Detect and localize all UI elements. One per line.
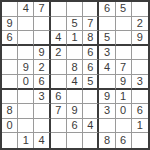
cell-r2-c2[interactable] bbox=[18, 17, 34, 32]
digit: 6 bbox=[104, 3, 110, 14]
digit: 2 bbox=[55, 47, 61, 58]
cell-r9-c5[interactable]: 6 bbox=[67, 119, 83, 134]
cell-r7-c2[interactable] bbox=[18, 90, 34, 105]
cell-r1-c1[interactable] bbox=[2, 2, 18, 17]
cell-r8-c7[interactable]: 3 bbox=[99, 104, 115, 119]
digit: 4 bbox=[38, 135, 44, 146]
cell-r6-c1[interactable] bbox=[2, 75, 18, 90]
digit: 6 bbox=[38, 76, 44, 87]
digit: 6 bbox=[87, 62, 93, 73]
sudoku-board: 4765957264185992639286470645933691879306… bbox=[0, 0, 150, 150]
digit: 4 bbox=[104, 62, 110, 73]
cell-r10-c9[interactable] bbox=[132, 133, 148, 148]
digit: 2 bbox=[38, 62, 44, 73]
cell-r3-c8[interactable] bbox=[116, 31, 132, 46]
cell-r5-c8[interactable]: 7 bbox=[116, 60, 132, 75]
digit: 4 bbox=[55, 32, 61, 43]
cell-r3-c6[interactable]: 8 bbox=[83, 31, 99, 46]
cell-r7-c6[interactable] bbox=[83, 90, 99, 105]
cell-r1-c4[interactable] bbox=[51, 2, 67, 17]
cell-r5-c7[interactable]: 4 bbox=[99, 60, 115, 75]
cell-r2-c9[interactable]: 2 bbox=[132, 17, 148, 32]
cell-r6-c6[interactable]: 5 bbox=[83, 75, 99, 90]
cell-r10-c1[interactable] bbox=[2, 133, 18, 148]
digit: 6 bbox=[7, 32, 13, 43]
cell-r7-c5[interactable] bbox=[67, 90, 83, 105]
digit: 7 bbox=[38, 3, 44, 14]
cell-r10-c8[interactable]: 6 bbox=[116, 133, 132, 148]
cell-r8-c5[interactable]: 9 bbox=[67, 104, 83, 119]
cell-r10-c4[interactable] bbox=[51, 133, 67, 148]
digit: 6 bbox=[137, 105, 143, 116]
cell-r3-c2[interactable] bbox=[18, 31, 34, 46]
digit: 3 bbox=[38, 91, 44, 102]
digit: 9 bbox=[120, 76, 126, 87]
cell-r3-c3[interactable] bbox=[34, 31, 50, 46]
cell-r9-c2[interactable] bbox=[18, 119, 34, 134]
digit: 7 bbox=[87, 18, 93, 29]
digit: 4 bbox=[23, 3, 29, 14]
digit: 6 bbox=[87, 47, 93, 58]
cell-r4-c7[interactable]: 3 bbox=[99, 46, 115, 61]
digit: 8 bbox=[71, 62, 77, 73]
cell-r8-c2[interactable] bbox=[18, 104, 34, 119]
cell-r7-c7[interactable]: 9 bbox=[99, 90, 115, 105]
cell-r2-c5[interactable]: 5 bbox=[67, 17, 83, 32]
cell-r3-c5[interactable]: 1 bbox=[67, 31, 83, 46]
digit: 9 bbox=[104, 91, 110, 102]
digit: 9 bbox=[7, 18, 13, 29]
cell-r3-c1[interactable]: 6 bbox=[2, 31, 18, 46]
cell-r9-c3[interactable] bbox=[34, 119, 50, 134]
digit: 5 bbox=[71, 18, 77, 29]
cell-r1-c9[interactable] bbox=[132, 2, 148, 17]
digit: 1 bbox=[23, 135, 29, 146]
cell-r3-c9[interactable]: 9 bbox=[132, 31, 148, 46]
cell-r2-c1[interactable]: 9 bbox=[2, 17, 18, 32]
cell-r2-c4[interactable] bbox=[51, 17, 67, 32]
cell-r7-c4[interactable]: 6 bbox=[51, 90, 67, 105]
cell-r4-c5[interactable] bbox=[67, 46, 83, 61]
digit: 0 bbox=[23, 76, 29, 87]
digit: 6 bbox=[71, 120, 77, 131]
cell-r9-c7[interactable] bbox=[99, 119, 115, 134]
cell-r8-c8[interactable]: 0 bbox=[116, 104, 132, 119]
cell-r6-c5[interactable]: 4 bbox=[67, 75, 83, 90]
digit: 4 bbox=[71, 76, 77, 87]
cell-r2-c6[interactable]: 7 bbox=[83, 17, 99, 32]
digit: 3 bbox=[137, 76, 143, 87]
cell-r8-c3[interactable] bbox=[34, 104, 50, 119]
cell-r2-c7[interactable] bbox=[99, 17, 115, 32]
digit: 8 bbox=[104, 135, 110, 146]
cell-r9-c1[interactable]: 0 bbox=[2, 119, 18, 134]
cell-r1-c8[interactable]: 5 bbox=[116, 2, 132, 17]
cell-r1-c3[interactable]: 7 bbox=[34, 2, 50, 17]
cell-r5-c4[interactable] bbox=[51, 60, 67, 75]
cell-r5-c6[interactable]: 6 bbox=[83, 60, 99, 75]
cell-r8-c4[interactable]: 7 bbox=[51, 104, 67, 119]
cell-r2-c3[interactable] bbox=[34, 17, 50, 32]
cell-r6-c4[interactable] bbox=[51, 75, 67, 90]
digit: 9 bbox=[71, 105, 77, 116]
cell-r10-c2[interactable]: 1 bbox=[18, 133, 34, 148]
digit: 2 bbox=[137, 18, 143, 29]
cell-r5-c5[interactable]: 8 bbox=[67, 60, 83, 75]
cell-r8-c1[interactable]: 8 bbox=[2, 104, 18, 119]
cell-r1-c7[interactable]: 6 bbox=[99, 2, 115, 17]
digit: 1 bbox=[120, 91, 126, 102]
cell-r4-c3[interactable]: 9 bbox=[34, 46, 50, 61]
digit: 6 bbox=[55, 91, 61, 102]
digit: 0 bbox=[7, 120, 13, 131]
cell-r4-c1[interactable] bbox=[2, 46, 18, 61]
cell-r6-c2[interactable]: 0 bbox=[18, 75, 34, 90]
digit: 7 bbox=[120, 62, 126, 73]
cell-r7-c3[interactable]: 3 bbox=[34, 90, 50, 105]
cell-r8-c9[interactable]: 6 bbox=[132, 104, 148, 119]
cell-r4-c6[interactable]: 6 bbox=[83, 46, 99, 61]
cell-r5-c9[interactable] bbox=[132, 60, 148, 75]
cell-r1-c6[interactable] bbox=[83, 2, 99, 17]
digit: 7 bbox=[55, 105, 61, 116]
cell-r2-c8[interactable] bbox=[116, 17, 132, 32]
cell-r10-c3[interactable]: 4 bbox=[34, 133, 50, 148]
cell-r6-c7[interactable] bbox=[99, 75, 115, 90]
cell-r7-c1[interactable] bbox=[2, 90, 18, 105]
digit: 8 bbox=[87, 32, 93, 43]
digit: 8 bbox=[7, 105, 13, 116]
digit: 5 bbox=[104, 32, 110, 43]
digit: 5 bbox=[120, 3, 126, 14]
digit: 9 bbox=[137, 32, 143, 43]
cell-r8-c6[interactable] bbox=[83, 104, 99, 119]
cell-r6-c9[interactable]: 3 bbox=[132, 75, 148, 90]
cell-r3-c7[interactable]: 5 bbox=[99, 31, 115, 46]
cell-r9-c8[interactable] bbox=[116, 119, 132, 134]
cell-r4-c8[interactable] bbox=[116, 46, 132, 61]
cell-r1-c2[interactable]: 4 bbox=[18, 2, 34, 17]
cell-r4-c4[interactable]: 2 bbox=[51, 46, 67, 61]
cell-r7-c8[interactable]: 1 bbox=[116, 90, 132, 105]
digit: 1 bbox=[71, 32, 77, 43]
digit: 9 bbox=[38, 47, 44, 58]
digit: 9 bbox=[23, 62, 29, 73]
digit: 0 bbox=[120, 105, 126, 116]
digit: 3 bbox=[104, 47, 110, 58]
digit: 3 bbox=[104, 105, 110, 116]
cell-r4-c9[interactable] bbox=[132, 46, 148, 61]
cell-r9-c4[interactable] bbox=[51, 119, 67, 134]
digit: 1 bbox=[137, 120, 143, 131]
cell-r5-c2[interactable]: 9 bbox=[18, 60, 34, 75]
cell-r9-c9[interactable]: 1 bbox=[132, 119, 148, 134]
cell-r10-c7[interactable]: 8 bbox=[99, 133, 115, 148]
cell-r10-c6[interactable] bbox=[83, 133, 99, 148]
cell-r1-c5[interactable] bbox=[67, 2, 83, 17]
cell-r7-c9[interactable] bbox=[132, 90, 148, 105]
cell-r6-c8[interactable]: 9 bbox=[116, 75, 132, 90]
cell-r3-c4[interactable]: 4 bbox=[51, 31, 67, 46]
cell-r9-c6[interactable]: 4 bbox=[83, 119, 99, 134]
digit: 4 bbox=[87, 120, 93, 131]
digit: 6 bbox=[120, 135, 126, 146]
cell-r4-c2[interactable] bbox=[18, 46, 34, 61]
cell-r5-c3[interactable]: 2 bbox=[34, 60, 50, 75]
cell-r5-c1[interactable] bbox=[2, 60, 18, 75]
cell-r6-c3[interactable]: 6 bbox=[34, 75, 50, 90]
digit: 5 bbox=[87, 76, 93, 87]
cell-r10-c5[interactable] bbox=[67, 133, 83, 148]
